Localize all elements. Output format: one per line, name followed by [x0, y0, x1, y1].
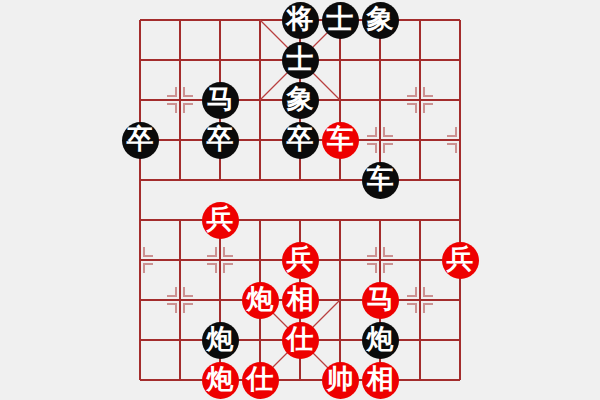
piece-red-soldier[interactable]: 兵: [282, 242, 319, 279]
piece-red-advisor[interactable]: 仕: [242, 362, 279, 399]
piece-black-soldier[interactable]: 卒: [202, 122, 239, 159]
piece-black-advisor[interactable]: 士: [322, 2, 359, 39]
piece-black-cannon[interactable]: 炮: [202, 322, 239, 359]
piece-red-elephant[interactable]: 相: [362, 362, 399, 399]
piece-red-cannon[interactable]: 炮: [202, 362, 239, 399]
piece-red-cannon[interactable]: 炮: [242, 282, 279, 319]
piece-black-horse[interactable]: 马: [202, 82, 239, 119]
piece-black-general[interactable]: 将: [282, 2, 319, 39]
piece-black-cannon[interactable]: 炮: [362, 322, 399, 359]
piece-black-soldier[interactable]: 卒: [122, 122, 159, 159]
piece-black-chariot[interactable]: 车: [362, 162, 399, 199]
piece-red-soldier[interactable]: 兵: [202, 202, 239, 239]
piece-black-soldier[interactable]: 卒: [282, 122, 319, 159]
piece-red-chariot[interactable]: 车: [322, 122, 359, 159]
piece-red-general[interactable]: 帅: [322, 362, 359, 399]
piece-red-horse[interactable]: 马: [362, 282, 399, 319]
piece-black-elephant[interactable]: 象: [282, 82, 319, 119]
piece-red-advisor[interactable]: 仕: [282, 322, 319, 359]
piece-red-soldier[interactable]: 兵: [442, 242, 479, 279]
piece-red-elephant[interactable]: 相: [282, 282, 319, 319]
piece-black-elephant[interactable]: 象: [362, 2, 399, 39]
pieces-layer: 将士象士马象卒卒卒车车兵兵兵炮相马炮仕炮炮仕帅相: [120, 0, 480, 400]
piece-black-advisor[interactable]: 士: [282, 42, 319, 79]
xiangqi-board-area: 将士象士马象卒卒卒车车兵兵兵炮相马炮仕炮炮仕帅相: [0, 0, 600, 400]
